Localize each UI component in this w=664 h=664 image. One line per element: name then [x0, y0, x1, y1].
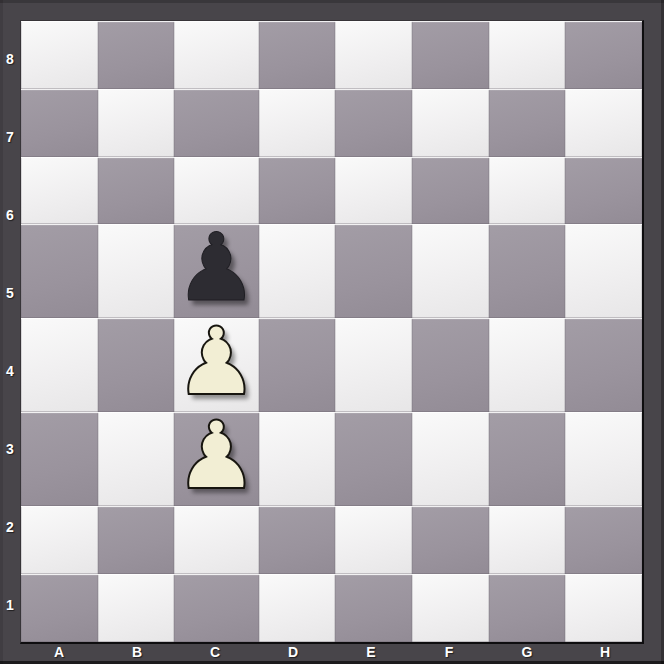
rank-label-1: 1: [0, 566, 20, 644]
rank-label-2: 2: [0, 488, 20, 566]
square-g5[interactable]: [489, 224, 566, 318]
square-b3[interactable]: [98, 412, 175, 506]
square-g1[interactable]: [489, 574, 566, 642]
file-label-d: D: [254, 643, 332, 661]
file-label-h: H: [566, 643, 644, 661]
square-c5[interactable]: ♟: [174, 224, 258, 318]
square-a4[interactable]: [21, 318, 98, 412]
square-a1[interactable]: [21, 574, 98, 642]
rank-label-6: 6: [0, 176, 20, 254]
square-g8[interactable]: [489, 21, 566, 89]
square-g6[interactable]: [489, 157, 566, 225]
square-e7[interactable]: [335, 89, 412, 157]
square-d7[interactable]: [259, 89, 336, 157]
file-label-g: G: [488, 643, 566, 661]
square-h8[interactable]: [565, 21, 642, 89]
file-label-c: C: [176, 643, 254, 661]
square-f5[interactable]: [412, 224, 489, 318]
square-d1[interactable]: [259, 574, 336, 642]
square-f4[interactable]: [412, 318, 489, 412]
square-e8[interactable]: [335, 21, 412, 89]
square-f2[interactable]: [412, 506, 489, 574]
square-b1[interactable]: [98, 574, 175, 642]
square-e5[interactable]: [335, 224, 412, 318]
square-g3[interactable]: [489, 412, 566, 506]
square-e2[interactable]: [335, 506, 412, 574]
file-label-a: A: [20, 643, 98, 661]
black-pawn[interactable]: ♟: [174, 221, 258, 315]
rank-label-5: 5: [0, 254, 20, 332]
square-e6[interactable]: [335, 157, 412, 225]
square-b5[interactable]: [98, 224, 175, 318]
white-pawn[interactable]: ♟: [174, 315, 258, 409]
square-b7[interactable]: [98, 89, 175, 157]
rank-label-7: 7: [0, 98, 20, 176]
square-f6[interactable]: [412, 157, 489, 225]
square-d6[interactable]: [259, 157, 336, 225]
rank-label-3: 3: [0, 410, 20, 488]
square-h5[interactable]: [565, 224, 642, 318]
square-b8[interactable]: [98, 21, 175, 89]
square-h6[interactable]: [565, 157, 642, 225]
square-d5[interactable]: [259, 224, 336, 318]
file-label-f: F: [410, 643, 488, 661]
square-f8[interactable]: [412, 21, 489, 89]
square-d2[interactable]: [259, 506, 336, 574]
rank-label-4: 4: [0, 332, 20, 410]
square-a8[interactable]: [21, 21, 98, 89]
file-label-e: E: [332, 643, 410, 661]
square-c3[interactable]: ♟: [174, 412, 258, 506]
square-h1[interactable]: [565, 574, 642, 642]
board-frame: ♟♟♟ 87654321 ABCDEFGH: [0, 0, 664, 664]
square-c8[interactable]: [174, 21, 258, 89]
square-a6[interactable]: [21, 157, 98, 225]
square-a5[interactable]: [21, 224, 98, 318]
square-f3[interactable]: [412, 412, 489, 506]
square-b2[interactable]: [98, 506, 175, 574]
square-c7[interactable]: [174, 89, 258, 157]
square-a3[interactable]: [21, 412, 98, 506]
square-c1[interactable]: [174, 574, 258, 642]
square-e4[interactable]: [335, 318, 412, 412]
square-h3[interactable]: [565, 412, 642, 506]
square-f7[interactable]: [412, 89, 489, 157]
square-f1[interactable]: [412, 574, 489, 642]
square-b6[interactable]: [98, 157, 175, 225]
file-label-b: B: [98, 643, 176, 661]
square-h4[interactable]: [565, 318, 642, 412]
square-a7[interactable]: [21, 89, 98, 157]
square-a2[interactable]: [21, 506, 98, 574]
white-pawn[interactable]: ♟: [174, 409, 258, 503]
square-d4[interactable]: [259, 318, 336, 412]
square-g4[interactable]: [489, 318, 566, 412]
square-c2[interactable]: [174, 506, 258, 574]
square-g7[interactable]: [489, 89, 566, 157]
square-h7[interactable]: [565, 89, 642, 157]
square-h2[interactable]: [565, 506, 642, 574]
square-e1[interactable]: [335, 574, 412, 642]
square-g2[interactable]: [489, 506, 566, 574]
square-b4[interactable]: [98, 318, 175, 412]
rank-label-8: 8: [0, 20, 20, 98]
square-d8[interactable]: [259, 21, 336, 89]
square-c4[interactable]: ♟: [174, 318, 258, 412]
square-d3[interactable]: [259, 412, 336, 506]
square-e3[interactable]: [335, 412, 412, 506]
chess-board: ♟♟♟: [20, 20, 644, 644]
